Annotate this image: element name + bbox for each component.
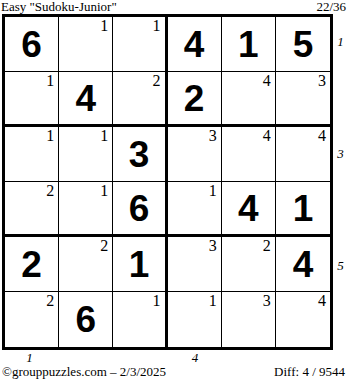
given-digit: 6 (75, 301, 96, 338)
cell-r6c2[interactable]: 6 (59, 292, 113, 347)
col-labels: 14 (2, 350, 333, 365)
pencil-mark: 1 (209, 183, 217, 199)
given-digit: 1 (293, 190, 314, 227)
pencil-mark: 2 (100, 238, 108, 254)
col-label-3 (112, 350, 167, 365)
cell-r6c3[interactable]: 1 (113, 292, 167, 347)
pencil-mark: 1 (100, 183, 108, 199)
cell-r3c5[interactable]: 4 (222, 127, 276, 182)
cell-r2c2[interactable]: 4 (59, 72, 113, 127)
cell-r5c1[interactable]: 2 (5, 237, 59, 292)
row-label-1: 1 (334, 14, 347, 70)
pencil-mark: 4 (263, 128, 271, 144)
cell-r1c6[interactable]: 5 (276, 17, 330, 72)
cell-r3c4[interactable]: 3 (168, 127, 222, 182)
footer-copyright: ©grouppuzzles.com – 2/3/2025 (2, 365, 166, 379)
cell-r1c2[interactable]: 1 (59, 17, 113, 72)
pencil-mark: 4 (318, 128, 326, 144)
given-digit: 4 (184, 26, 205, 63)
cell-r6c4[interactable]: 1 (168, 292, 222, 347)
given-digit: 6 (21, 26, 42, 63)
row-label-5: 5 (334, 238, 347, 294)
cell-r5c3[interactable]: 1 (113, 237, 167, 292)
cell-r5c4[interactable]: 3 (168, 237, 222, 292)
board: 611415142243113344216141221324261134 (2, 14, 333, 350)
col-label-2 (57, 350, 112, 365)
pencil-mark: 1 (46, 128, 54, 144)
given-digit: 5 (293, 26, 314, 63)
pencil-mark: 1 (153, 293, 161, 309)
cell-r2c1[interactable]: 1 (5, 72, 59, 127)
cell-r4c1[interactable]: 2 (5, 182, 59, 237)
col-label-5 (223, 350, 278, 365)
page-title: Easy "Sudoku-Junior" (1, 0, 117, 13)
given-digit: 1 (238, 26, 259, 63)
cell-r2c3[interactable]: 2 (113, 72, 167, 127)
pencil-mark: 3 (263, 293, 271, 309)
col-label-6 (278, 350, 333, 365)
row-label-6 (334, 294, 347, 350)
given-digit: 1 (129, 246, 150, 283)
pencil-mark: 3 (318, 73, 326, 89)
cell-r6c5[interactable]: 3 (222, 292, 276, 347)
cell-r1c1[interactable]: 6 (5, 17, 59, 72)
given-digit: 6 (129, 190, 150, 227)
cell-r3c6[interactable]: 4 (276, 127, 330, 182)
cell-r6c1[interactable]: 2 (5, 292, 59, 347)
cell-r2c4[interactable]: 2 (168, 72, 222, 127)
pencil-mark: 1 (209, 293, 217, 309)
cell-r4c5[interactable]: 4 (222, 182, 276, 237)
cell-r5c2[interactable]: 2 (59, 237, 113, 292)
cell-r4c6[interactable]: 1 (276, 182, 330, 237)
pencil-mark: 1 (46, 73, 54, 89)
cell-r4c3[interactable]: 6 (113, 182, 167, 237)
col-label-1: 1 (2, 350, 57, 365)
puzzle-page: Easy "Sudoku-Junior" 22/36 6114151422431… (0, 0, 347, 381)
pencil-mark: 4 (263, 73, 271, 89)
pencil-mark: 1 (100, 18, 108, 34)
pencil-mark: 3 (209, 128, 217, 144)
col-label-4: 4 (168, 350, 223, 365)
cell-r1c4[interactable]: 4 (168, 17, 222, 72)
cell-r4c2[interactable]: 1 (59, 182, 113, 237)
given-digit: 2 (21, 246, 42, 283)
cell-r1c3[interactable]: 1 (113, 17, 167, 72)
given-digit: 4 (238, 190, 259, 227)
pencil-mark: 4 (318, 293, 326, 309)
pencil-mark: 3 (209, 238, 217, 254)
cell-r2c5[interactable]: 4 (222, 72, 276, 127)
footer-diff: Diff: 4 / 9544 (274, 365, 345, 379)
cell-r3c2[interactable]: 1 (59, 127, 113, 182)
pencil-mark: 2 (263, 238, 271, 254)
cell-r4c4[interactable]: 1 (168, 182, 222, 237)
cell-r3c3[interactable]: 3 (113, 127, 167, 182)
cell-r6c6[interactable]: 4 (276, 292, 330, 347)
header: Easy "Sudoku-Junior" 22/36 (1, 0, 346, 13)
given-digit: 4 (293, 246, 314, 283)
given-digit: 4 (75, 80, 96, 117)
cell-r5c6[interactable]: 4 (276, 237, 330, 292)
pencil-mark: 1 (100, 128, 108, 144)
pencil-mark: 2 (46, 293, 54, 309)
cell-r5c5[interactable]: 2 (222, 237, 276, 292)
footer: ©grouppuzzles.com – 2/3/2025 Diff: 4 / 9… (2, 365, 345, 380)
row-label-2 (334, 70, 347, 126)
pencil-mark: 2 (153, 73, 161, 89)
given-digit: 3 (129, 136, 150, 173)
pencil-mark: 1 (153, 18, 161, 34)
progress-counter: 22/36 (316, 0, 346, 13)
row-label-3: 3 (334, 126, 347, 182)
cell-r2c6[interactable]: 3 (276, 72, 330, 127)
cell-r1c5[interactable]: 1 (222, 17, 276, 72)
cell-r3c1[interactable]: 1 (5, 127, 59, 182)
pencil-mark: 2 (46, 183, 54, 199)
row-label-4 (334, 182, 347, 238)
row-labels: 135 (334, 14, 347, 350)
given-digit: 2 (184, 80, 205, 117)
